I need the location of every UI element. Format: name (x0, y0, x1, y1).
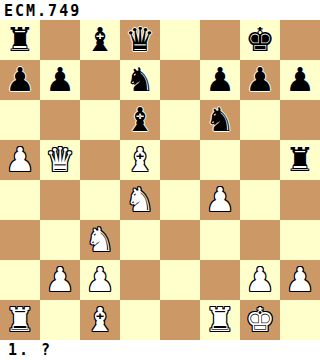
piece-black-bishop[interactable]: ♝ (125, 100, 155, 140)
piece-white-pawn[interactable]: ♟ (285, 260, 315, 300)
square-a5[interactable]: ♟ (0, 140, 40, 180)
square-c6[interactable] (80, 100, 120, 140)
piece-black-rook[interactable]: ♜ (5, 20, 35, 60)
square-e2[interactable] (160, 260, 200, 300)
square-d3[interactable] (120, 220, 160, 260)
piece-white-pawn[interactable]: ♟ (205, 180, 235, 220)
square-e4[interactable] (160, 180, 200, 220)
square-f7[interactable]: ♟ (200, 60, 240, 100)
square-f8[interactable] (200, 20, 240, 60)
square-h7[interactable]: ♟ (280, 60, 320, 100)
piece-black-knight[interactable]: ♞ (205, 100, 235, 140)
piece-black-rook[interactable]: ♜ (285, 140, 315, 180)
square-h2[interactable]: ♟ (280, 260, 320, 300)
square-e6[interactable] (160, 100, 200, 140)
square-f2[interactable] (200, 260, 240, 300)
move-prompt: 1. ? (8, 341, 52, 359)
square-c2[interactable]: ♟ (80, 260, 120, 300)
piece-black-pawn[interactable]: ♟ (285, 60, 315, 100)
piece-white-knight[interactable]: ♞ (125, 180, 155, 220)
square-h8[interactable] (280, 20, 320, 60)
square-b6[interactable] (40, 100, 80, 140)
square-g5[interactable] (240, 140, 280, 180)
square-d6[interactable]: ♝ (120, 100, 160, 140)
square-b1[interactable] (40, 300, 80, 340)
piece-white-knight[interactable]: ♞ (85, 220, 115, 260)
square-g1[interactable]: ♚ (240, 300, 280, 340)
square-b7[interactable]: ♟ (40, 60, 80, 100)
square-c3[interactable]: ♞ (80, 220, 120, 260)
square-d5[interactable]: ♝ (120, 140, 160, 180)
square-a2[interactable] (0, 260, 40, 300)
diagram-title: ECM.749 (4, 2, 81, 20)
square-e1[interactable] (160, 300, 200, 340)
piece-white-king[interactable]: ♚ (245, 300, 275, 340)
square-f3[interactable] (200, 220, 240, 260)
piece-white-pawn[interactable]: ♟ (45, 260, 75, 300)
square-a1[interactable]: ♜ (0, 300, 40, 340)
square-b2[interactable]: ♟ (40, 260, 80, 300)
square-c1[interactable]: ♝ (80, 300, 120, 340)
square-g6[interactable] (240, 100, 280, 140)
square-g7[interactable]: ♟ (240, 60, 280, 100)
piece-black-king[interactable]: ♚ (245, 20, 275, 60)
piece-white-bishop[interactable]: ♝ (85, 300, 115, 340)
piece-black-pawn[interactable]: ♟ (5, 60, 35, 100)
piece-white-queen[interactable]: ♛ (45, 140, 75, 180)
square-f6[interactable]: ♞ (200, 100, 240, 140)
piece-black-pawn[interactable]: ♟ (245, 60, 275, 100)
square-g8[interactable]: ♚ (240, 20, 280, 60)
square-c8[interactable]: ♝ (80, 20, 120, 60)
square-h6[interactable] (280, 100, 320, 140)
square-a8[interactable]: ♜ (0, 20, 40, 60)
square-g3[interactable] (240, 220, 280, 260)
square-a3[interactable] (0, 220, 40, 260)
square-h3[interactable] (280, 220, 320, 260)
piece-white-pawn[interactable]: ♟ (5, 140, 35, 180)
square-h4[interactable] (280, 180, 320, 220)
square-d2[interactable] (120, 260, 160, 300)
piece-black-queen[interactable]: ♛ (125, 20, 155, 60)
square-f1[interactable]: ♜ (200, 300, 240, 340)
square-c4[interactable] (80, 180, 120, 220)
square-f5[interactable] (200, 140, 240, 180)
piece-black-pawn[interactable]: ♟ (205, 60, 235, 100)
square-d4[interactable]: ♞ (120, 180, 160, 220)
piece-black-knight[interactable]: ♞ (125, 60, 155, 100)
square-c5[interactable] (80, 140, 120, 180)
square-d1[interactable] (120, 300, 160, 340)
square-f4[interactable]: ♟ (200, 180, 240, 220)
square-a6[interactable] (0, 100, 40, 140)
square-h1[interactable] (280, 300, 320, 340)
square-a4[interactable] (0, 180, 40, 220)
piece-white-rook[interactable]: ♜ (205, 300, 235, 340)
square-c7[interactable] (80, 60, 120, 100)
square-e3[interactable] (160, 220, 200, 260)
square-e7[interactable] (160, 60, 200, 100)
square-d7[interactable]: ♞ (120, 60, 160, 100)
piece-white-pawn[interactable]: ♟ (85, 260, 115, 300)
square-e8[interactable] (160, 20, 200, 60)
piece-black-pawn[interactable]: ♟ (45, 60, 75, 100)
square-g4[interactable] (240, 180, 280, 220)
piece-white-bishop[interactable]: ♝ (125, 140, 155, 180)
chess-board: ♜♝♛♚♟♟♞♟♟♟♝♞♟♛♝♜♞♟♞♟♟♟♟♜♝♜♚ (0, 20, 320, 340)
square-b4[interactable] (40, 180, 80, 220)
square-b5[interactable]: ♛ (40, 140, 80, 180)
square-e5[interactable] (160, 140, 200, 180)
square-h5[interactable]: ♜ (280, 140, 320, 180)
square-b3[interactable] (40, 220, 80, 260)
piece-white-pawn[interactable]: ♟ (245, 260, 275, 300)
square-b8[interactable] (40, 20, 80, 60)
piece-white-rook[interactable]: ♜ (5, 300, 35, 340)
square-a7[interactable]: ♟ (0, 60, 40, 100)
square-d8[interactable]: ♛ (120, 20, 160, 60)
piece-black-bishop[interactable]: ♝ (85, 20, 115, 60)
square-g2[interactable]: ♟ (240, 260, 280, 300)
